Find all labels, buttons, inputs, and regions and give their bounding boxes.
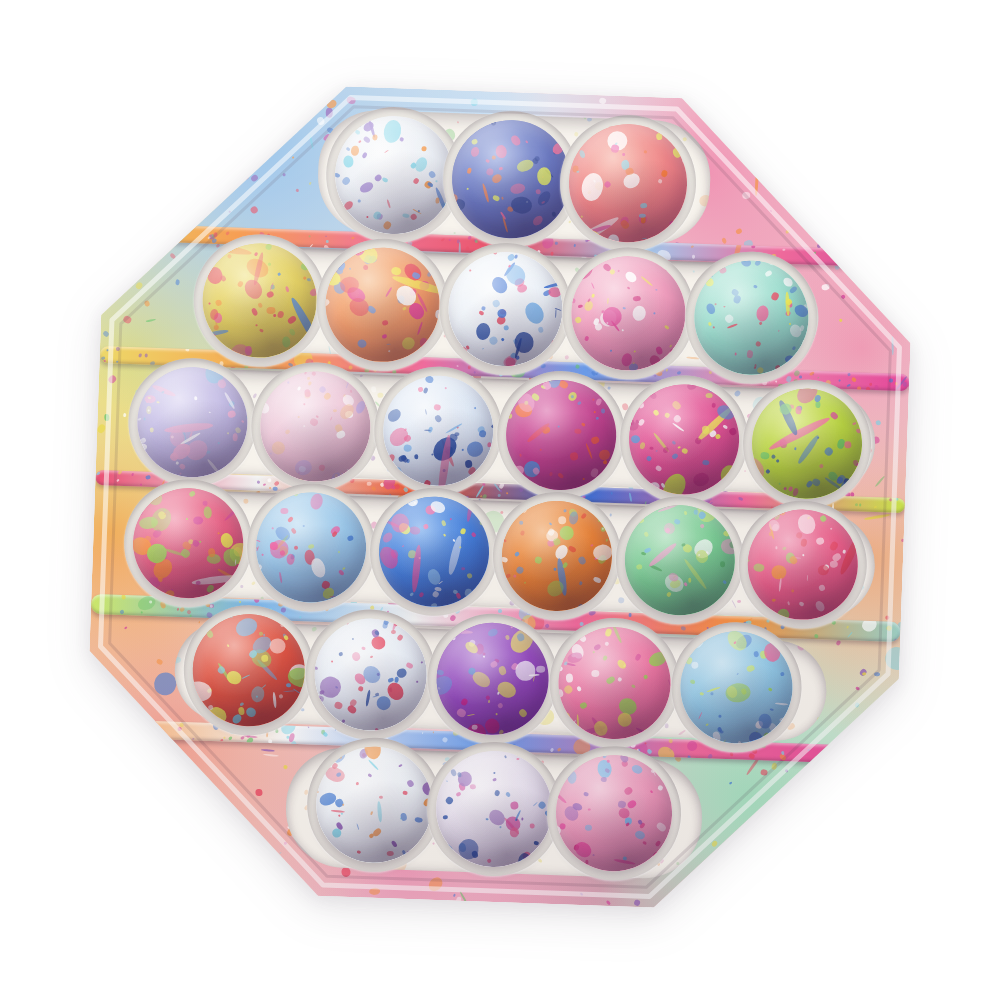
- bubble-r2c4[interactable]: [570, 254, 688, 372]
- splatter-dot: [657, 179, 662, 184]
- splatter-dot: [369, 887, 381, 895]
- bubble-r3c1[interactable]: [136, 365, 250, 479]
- splatter-dot: [787, 300, 794, 308]
- splatter-dot: [767, 722, 778, 734]
- splatter-dot: [533, 840, 539, 845]
- splatter-dot: [336, 260, 346, 271]
- splatter-dot: [325, 235, 327, 237]
- splatter-dot: [255, 695, 258, 698]
- splatter-dot: [644, 150, 647, 153]
- splatter-dot: [350, 145, 359, 156]
- splatter-dot: [223, 737, 226, 740]
- splatter-dot: [787, 323, 803, 340]
- splatter-dot: [693, 510, 698, 515]
- bubble-r4c2[interactable]: [254, 491, 368, 605]
- splatter-dot: [339, 347, 346, 355]
- splatter-dot: [597, 553, 609, 565]
- splatter-dot: [822, 563, 829, 570]
- splatter-dot: [391, 267, 402, 277]
- splatter-dot: [383, 622, 389, 628]
- bubble-r6c2[interactable]: [434, 749, 554, 869]
- splatter-dot: [722, 530, 730, 537]
- bubble-r5c2[interactable]: [313, 617, 429, 733]
- bubble-r3c5[interactable]: [627, 383, 741, 497]
- splatter-dot: [529, 823, 535, 829]
- splatter-dot: [456, 365, 458, 366]
- splatter-dot: [382, 518, 402, 529]
- splatter-dot: [523, 460, 541, 478]
- splatter-dot: [498, 167, 502, 171]
- splatter-dot: [858, 668, 867, 677]
- splatter-dot: [705, 383, 717, 394]
- splatter-dot: [424, 429, 431, 430]
- splatter-dot: [352, 672, 367, 687]
- bubble-r5c4[interactable]: [557, 625, 673, 741]
- bubble-r1c3[interactable]: [567, 122, 689, 244]
- splatter-dot: [748, 861, 755, 869]
- splatter-dot: [520, 338, 522, 340]
- splatter-dot: [789, 323, 791, 325]
- splatter-dot: [779, 439, 787, 449]
- splatter-dot: [655, 345, 663, 354]
- splatter-dot: [818, 223, 821, 226]
- splatter-dot: [142, 86, 144, 88]
- splatter-dot: [459, 891, 468, 905]
- bubble-r3c4[interactable]: [504, 378, 618, 492]
- splatter-dot: [163, 509, 166, 512]
- splatter-dot: [256, 658, 278, 681]
- splatter-dot: [146, 319, 156, 323]
- splatter-dot: [611, 625, 622, 643]
- splatter-dot: [591, 670, 599, 677]
- splatter-dot: [625, 168, 634, 176]
- splatter-dot: [847, 632, 852, 638]
- splatter-dot: [558, 516, 567, 525]
- splatter-dot: [832, 882, 840, 890]
- bubble-r6c3[interactable]: [554, 753, 674, 873]
- splatter-dot: [148, 505, 175, 534]
- splatter-dot: [852, 459, 859, 467]
- splatter-dot: [818, 584, 826, 591]
- splatter-dot: [528, 674, 539, 677]
- splatter-dot: [498, 729, 504, 735]
- splatter-dot: [601, 654, 607, 661]
- splatter-dot: [559, 822, 567, 830]
- splatter-dot: [564, 509, 568, 513]
- splatter-dot: [759, 651, 767, 660]
- splatter-dot: [892, 248, 899, 255]
- splatter-dot: [267, 263, 270, 266]
- splatter-dot: [273, 692, 278, 708]
- splatter-dot: [105, 730, 112, 736]
- splatter-dot: [137, 719, 143, 724]
- splatter-dot: [789, 404, 794, 409]
- splatter-dot: [212, 620, 214, 622]
- splatter-dot: [303, 403, 305, 405]
- splatter-dot: [406, 301, 427, 323]
- splatter-dot: [178, 727, 183, 732]
- splatter-dot: [193, 787, 201, 794]
- splatter-dot: [168, 428, 187, 448]
- splatter-dot: [467, 235, 472, 240]
- bubble-dome-shading: [567, 122, 689, 244]
- splatter-dot: [718, 888, 723, 894]
- splatter-dot: [515, 809, 522, 821]
- splatter-dot: [719, 537, 736, 555]
- splatter-dot: [409, 288, 418, 298]
- splatter-dot: [420, 145, 426, 151]
- splatter-dot: [471, 138, 479, 145]
- splatter-dot: [762, 731, 770, 739]
- splatter-dot: [609, 269, 616, 276]
- splatter-dot: [823, 616, 829, 621]
- splatter-dot: [504, 755, 508, 759]
- splatter-dot: [129, 721, 132, 724]
- splatter-dot: [223, 392, 235, 409]
- splatter-dot: [836, 438, 846, 450]
- bubble-dome-shading: [557, 625, 673, 741]
- splatter-dot: [656, 132, 663, 140]
- splatter-dot: [466, 188, 469, 190]
- splatter-dot: [491, 120, 497, 126]
- splatter-dot: [815, 401, 820, 408]
- splatter-dot: [770, 522, 779, 531]
- splatter-dot: [179, 473, 181, 475]
- splatter-dot: [185, 445, 189, 450]
- splatter-dot: [335, 474, 339, 478]
- bubble-r5c5[interactable]: [679, 629, 795, 745]
- splatter-dot: [152, 384, 177, 398]
- splatter-dot: [691, 535, 717, 561]
- splatter-dot: [778, 508, 787, 517]
- splatter-dot: [209, 412, 211, 413]
- bubble-r4c1[interactable]: [131, 486, 245, 600]
- splatter-dot: [357, 686, 363, 692]
- splatter-dot: [413, 177, 420, 185]
- splatter-dot: [622, 152, 626, 156]
- splatter-dot: [634, 899, 641, 907]
- splatter-dot: [547, 378, 562, 389]
- splatter-dot: [459, 346, 469, 357]
- splatter-dot: [907, 172, 910, 175]
- splatter-dot: [466, 754, 470, 758]
- splatter-dot: [146, 406, 151, 414]
- splatter-dot: [779, 717, 785, 722]
- splatter-dot: [148, 397, 151, 400]
- splatter-dot: [411, 271, 421, 280]
- splatter-dot: [434, 586, 441, 591]
- splatter-dot: [677, 370, 681, 374]
- splatter-dot: [869, 141, 879, 151]
- splatter-dot: [498, 609, 503, 614]
- splatter-dot: [135, 281, 144, 290]
- splatter-dot: [514, 551, 520, 557]
- splatter-dot: [385, 286, 392, 297]
- splatter-dot: [363, 265, 368, 271]
- splatter-dot: [546, 528, 555, 537]
- splatter-dot: [371, 486, 377, 492]
- splatter-dot: [821, 283, 830, 290]
- splatter-dot: [817, 377, 819, 379]
- splatter-dot: [115, 346, 120, 351]
- splatter-dot: [581, 422, 586, 427]
- splatter-dot: [352, 246, 368, 259]
- bubble-r3c2[interactable]: [258, 370, 372, 484]
- bubble-r2c3[interactable]: [447, 250, 565, 368]
- splatter-dot: [493, 772, 496, 774]
- bubble-r4c4[interactable]: [500, 499, 614, 613]
- splatter-dot: [441, 239, 446, 243]
- splatter-dot: [250, 633, 275, 657]
- splatter-dot: [508, 413, 513, 419]
- splatter-dot: [641, 733, 649, 738]
- splatter-dot: [608, 234, 620, 244]
- splatter-dot: [576, 686, 582, 693]
- splatter-dot: [261, 553, 263, 555]
- splatter-dot: [567, 545, 576, 553]
- splatter-dot: [362, 646, 366, 650]
- splatter-dot: [514, 337, 522, 358]
- splatter-dot: [495, 679, 519, 701]
- splatter-dot: [346, 147, 351, 152]
- splatter-dot: [672, 147, 683, 159]
- splatter-dot: [502, 539, 507, 543]
- splatter-dot: [139, 443, 148, 452]
- splatter-dot: [842, 549, 846, 553]
- bubble-r5c3[interactable]: [435, 621, 551, 737]
- bubble-r5c1[interactable]: [191, 612, 307, 728]
- splatter-dot: [281, 715, 286, 722]
- splatter-dot: [513, 574, 517, 578]
- splatter-dot: [547, 539, 555, 547]
- splatter-dot: [137, 418, 141, 421]
- splatter-dot: [733, 641, 737, 644]
- splatter-dot: [294, 458, 314, 476]
- splatter-dot: [824, 446, 835, 457]
- splatter-dot: [803, 870, 806, 887]
- splatter-dot: [447, 636, 451, 639]
- splatter-dot: [621, 759, 629, 767]
- splatter-dot: [857, 235, 859, 237]
- splatter-dot: [700, 631, 711, 640]
- splatter-dot: [191, 839, 198, 846]
- splatter-dot: [507, 206, 514, 213]
- bubble-r3c6[interactable]: [750, 387, 864, 501]
- splatter-dot: [629, 613, 632, 617]
- splatter-dot: [585, 859, 589, 864]
- bubble-r1c2[interactable]: [450, 118, 572, 240]
- splatter-dot: [874, 475, 885, 487]
- splatter-dot: [133, 874, 143, 884]
- splatter-dot: [580, 512, 587, 520]
- splatter-dot: [419, 592, 425, 598]
- splatter-dot: [389, 548, 399, 559]
- splatter-dot: [160, 251, 163, 253]
- bubble-r3c3[interactable]: [381, 374, 495, 488]
- splatter-dot: [335, 430, 346, 440]
- splatter-dot: [269, 637, 286, 654]
- splatter-dot: [362, 151, 369, 159]
- splatter-dot: [209, 603, 215, 607]
- splatter-dot: [296, 386, 301, 391]
- splatter-dot: [860, 255, 865, 260]
- splatter-dot: [263, 753, 279, 757]
- splatter-dot: [391, 513, 409, 532]
- splatter-dot: [661, 482, 666, 488]
- splatter-dot: [309, 557, 328, 580]
- splatter-dot: [290, 554, 296, 561]
- splatter-dot: [453, 893, 456, 897]
- splatter-dot: [311, 627, 317, 633]
- splatter-dot: [303, 277, 307, 281]
- splatter-dot: [778, 753, 786, 762]
- bubble-dome-shading: [679, 629, 795, 745]
- splatter-dot: [858, 257, 862, 261]
- splatter-dot: [89, 731, 94, 736]
- bubble-r4c6[interactable]: [746, 508, 860, 622]
- splatter-dot: [619, 753, 630, 764]
- splatter-dot: [623, 786, 634, 796]
- splatter-dot: [216, 377, 227, 389]
- splatter-dot: [681, 543, 685, 547]
- splatter-dot: [583, 299, 594, 311]
- splatter-dot: [338, 652, 343, 656]
- splatter-dot: [457, 239, 460, 243]
- splatter-dot: [360, 374, 364, 377]
- splatter-dot: [220, 143, 222, 145]
- splatter-dot: [637, 819, 643, 825]
- splatter-dot: [646, 748, 652, 754]
- splatter-dot: [671, 400, 682, 411]
- splatter-dot: [338, 551, 340, 553]
- splatter-dot: [585, 825, 592, 832]
- splatter-dot: [579, 581, 583, 585]
- splatter-dot: [185, 609, 191, 615]
- bubble-r2c5[interactable]: [692, 259, 810, 377]
- splatter-dot: [711, 731, 721, 743]
- splatter-dot: [624, 817, 631, 824]
- splatter-dot: [385, 680, 407, 703]
- splatter-dot: [601, 526, 606, 531]
- splatter-dot: [470, 669, 493, 690]
- splatter-dot: [509, 134, 522, 148]
- splatter-dot: [457, 121, 460, 124]
- splatter-dot: [654, 840, 661, 847]
- splatter-dot: [846, 745, 852, 750]
- splatter-dot: [509, 801, 518, 811]
- splatter-dot: [493, 482, 502, 492]
- splatter-dot: [524, 401, 528, 405]
- splatter-dot: [593, 855, 595, 856]
- splatter-dot: [351, 290, 359, 298]
- splatter-dot: [319, 690, 325, 695]
- splatter-dot: [631, 305, 647, 323]
- splatter-dot: [784, 769, 789, 774]
- splatter-dot: [580, 725, 606, 736]
- splatter-dot: [544, 279, 565, 289]
- splatter-dot: [550, 251, 553, 255]
- splatter-dot: [444, 387, 447, 390]
- splatter-dot: [321, 586, 336, 601]
- splatter-dot: [824, 476, 845, 492]
- splatter-dot: [193, 516, 203, 525]
- splatter-dot: [510, 464, 526, 478]
- splatter-dot: [568, 508, 579, 519]
- splatter-dot: [557, 426, 560, 428]
- splatter-dot: [610, 350, 612, 352]
- splatter-dot: [403, 791, 408, 796]
- splatter-dot: [307, 376, 310, 379]
- splatter-dot: [492, 250, 499, 256]
- splatter-dot: [540, 449, 543, 452]
- bubble-dome-shading: [314, 745, 434, 865]
- splatter-dot: [432, 732, 434, 734]
- splatter-dot: [104, 360, 106, 363]
- splatter-dot: [637, 418, 645, 427]
- splatter-dot: [392, 617, 400, 632]
- splatter-dot: [331, 340, 333, 342]
- splatter-dot: [107, 349, 109, 351]
- splatter-dot: [434, 414, 443, 423]
- splatter-dot: [225, 231, 230, 236]
- splatter-dot: [129, 720, 137, 732]
- splatter-dot: [617, 676, 623, 682]
- splatter-dot: [351, 651, 361, 662]
- splatter-dot: [793, 369, 801, 377]
- splatter-dot: [170, 233, 176, 239]
- splatter-dot: [104, 224, 119, 246]
- bubble-r4c5[interactable]: [623, 503, 737, 617]
- splatter-dot: [784, 298, 792, 306]
- splatter-dot: [454, 432, 459, 436]
- splatter-dot: [263, 482, 267, 486]
- splatter-dot: [234, 859, 240, 866]
- splatter-dot: [224, 669, 243, 687]
- splatter-dot: [387, 454, 396, 464]
- splatter-dot: [814, 394, 822, 402]
- splatter-dot: [284, 285, 289, 292]
- splatter-dot: [370, 810, 373, 814]
- splatter-dot: [309, 235, 311, 237]
- splatter-dot: [587, 224, 612, 235]
- splatter-dot: [607, 759, 610, 762]
- splatter-dot: [326, 240, 330, 244]
- splatter-dot: [307, 278, 312, 282]
- splatter-dot: [797, 405, 803, 411]
- splatter-dot: [822, 753, 827, 758]
- bubble-r2c2[interactable]: [324, 246, 442, 364]
- splatter-dot: [583, 477, 586, 479]
- bubble-r4c3[interactable]: [377, 495, 491, 609]
- splatter-dot: [895, 497, 899, 501]
- splatter-dot: [131, 534, 154, 558]
- splatter-dot: [490, 423, 495, 428]
- splatter-dot: [406, 780, 414, 789]
- splatter-dot: [494, 658, 500, 663]
- splatter-dot: [342, 200, 354, 212]
- bubble-r6c1[interactable]: [314, 745, 434, 865]
- bubble-r1c1[interactable]: [333, 114, 455, 236]
- splatter-dot: [524, 582, 525, 584]
- splatter-dot: [234, 427, 241, 435]
- splatter-dot: [616, 695, 639, 717]
- splatter-dot: [619, 219, 630, 230]
- splatter-dot: [721, 237, 727, 244]
- bubble-r2c1[interactable]: [201, 242, 319, 360]
- splatter-dot: [345, 379, 349, 388]
- splatter-dot: [792, 488, 799, 497]
- splatter-dot: [406, 459, 409, 463]
